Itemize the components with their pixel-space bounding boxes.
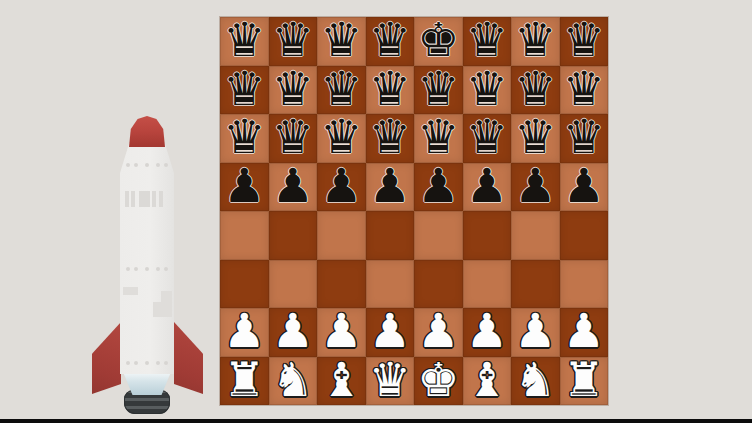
piece-black-queen[interactable]: ♛	[320, 16, 362, 64]
square-h8[interactable]: ♛	[560, 17, 609, 66]
square-d7[interactable]: ♛	[366, 66, 415, 115]
piece-black-pawn[interactable]: ♟	[514, 162, 556, 210]
square-f6[interactable]: ♛	[463, 114, 512, 163]
chess-board[interactable]: ♛♛♛♛♚♛♛♛♛♛♛♛♛♛♛♛♛♛♛♛♛♛♛♛♟♟♟♟♟♟♟♟♟♟♟♟♟♟♟♟…	[220, 17, 608, 405]
square-b2[interactable]: ♟	[269, 308, 318, 357]
square-a1[interactable]: ♜	[220, 357, 269, 406]
square-g5[interactable]: ♟	[511, 163, 560, 212]
window-bottom-border	[0, 419, 752, 423]
piece-white-knight[interactable]: ♞	[272, 356, 314, 404]
piece-black-queen[interactable]: ♛	[466, 113, 508, 161]
square-h3[interactable]	[560, 260, 609, 309]
rocket-hull-patch	[153, 302, 172, 317]
square-c7[interactable]: ♛	[317, 66, 366, 115]
piece-white-rook[interactable]: ♜	[563, 356, 605, 404]
square-g2[interactable]: ♟	[511, 308, 560, 357]
square-g8[interactable]: ♛	[511, 17, 560, 66]
square-a2[interactable]: ♟	[220, 308, 269, 357]
square-e8[interactable]: ♚	[414, 17, 463, 66]
piece-black-queen[interactable]: ♛	[369, 16, 411, 64]
square-d1[interactable]: ♛	[366, 357, 415, 406]
square-a6[interactable]: ♛	[220, 114, 269, 163]
square-g7[interactable]: ♛	[511, 66, 560, 115]
square-b8[interactable]: ♛	[269, 17, 318, 66]
square-g6[interactable]: ♛	[511, 114, 560, 163]
piece-black-pawn[interactable]: ♟	[466, 162, 508, 210]
square-f5[interactable]: ♟	[463, 163, 512, 212]
square-f4[interactable]	[463, 211, 512, 260]
square-b4[interactable]	[269, 211, 318, 260]
square-e7[interactable]: ♛	[414, 66, 463, 115]
piece-black-queen[interactable]: ♛	[417, 65, 459, 113]
square-d4[interactable]	[366, 211, 415, 260]
piece-black-queen[interactable]: ♛	[369, 113, 411, 161]
square-g1[interactable]: ♞	[511, 357, 560, 406]
square-e6[interactable]: ♛	[414, 114, 463, 163]
square-e4[interactable]	[414, 211, 463, 260]
piece-black-queen[interactable]: ♛	[272, 113, 314, 161]
piece-black-pawn[interactable]: ♟	[369, 162, 411, 210]
piece-black-queen[interactable]: ♛	[369, 65, 411, 113]
rocket-body-icon	[120, 143, 174, 374]
square-h2[interactable]: ♟	[560, 308, 609, 357]
rocket-nose-cone-icon	[129, 116, 165, 147]
rocket-port-dots-row1	[126, 163, 168, 167]
rocket-illustration	[85, 110, 205, 420]
piece-white-pawn[interactable]: ♟	[563, 307, 605, 355]
square-e5[interactable]: ♟	[414, 163, 463, 212]
piece-white-bishop[interactable]: ♝	[466, 356, 508, 404]
piece-black-queen[interactable]: ♛	[223, 113, 265, 161]
square-c5[interactable]: ♟	[317, 163, 366, 212]
square-d3[interactable]	[366, 260, 415, 309]
rocket-hull-patch	[123, 287, 138, 295]
piece-white-rook[interactable]: ♜	[223, 356, 265, 404]
square-e1[interactable]: ♚	[414, 357, 463, 406]
piece-black-queen[interactable]: ♛	[417, 113, 459, 161]
square-h6[interactable]: ♛	[560, 114, 609, 163]
square-f1[interactable]: ♝	[463, 357, 512, 406]
square-b3[interactable]	[269, 260, 318, 309]
square-a7[interactable]: ♛	[220, 66, 269, 115]
rocket-hull-patch	[161, 291, 172, 302]
piece-white-pawn[interactable]: ♟	[320, 307, 362, 355]
square-e3[interactable]	[414, 260, 463, 309]
square-c1[interactable]: ♝	[317, 357, 366, 406]
rocket-fin-left-icon	[92, 322, 121, 394]
piece-white-pawn[interactable]: ♟	[514, 307, 556, 355]
square-c3[interactable]	[317, 260, 366, 309]
piece-black-pawn[interactable]: ♟	[223, 162, 265, 210]
square-d2[interactable]: ♟	[366, 308, 415, 357]
piece-black-pawn[interactable]: ♟	[320, 162, 362, 210]
piece-black-queen[interactable]: ♛	[563, 113, 605, 161]
rocket-fin-right-icon	[174, 322, 203, 394]
square-f7[interactable]: ♛	[463, 66, 512, 115]
piece-black-queen[interactable]: ♛	[466, 65, 508, 113]
square-a5[interactable]: ♟	[220, 163, 269, 212]
square-h5[interactable]: ♟	[560, 163, 609, 212]
piece-black-queen[interactable]: ♛	[563, 65, 605, 113]
piece-white-king[interactable]: ♚	[417, 356, 459, 404]
square-e2[interactable]: ♟	[414, 308, 463, 357]
piece-black-queen[interactable]: ♛	[272, 16, 314, 64]
piece-black-pawn[interactable]: ♟	[417, 162, 459, 210]
square-h7[interactable]: ♛	[560, 66, 609, 115]
square-f3[interactable]	[463, 260, 512, 309]
piece-white-bishop[interactable]: ♝	[320, 356, 362, 404]
square-f8[interactable]: ♛	[463, 17, 512, 66]
square-a4[interactable]	[220, 211, 269, 260]
square-f2[interactable]: ♟	[463, 308, 512, 357]
square-a8[interactable]: ♛	[220, 17, 269, 66]
piece-white-pawn[interactable]: ♟	[272, 307, 314, 355]
square-h1[interactable]: ♜	[560, 357, 609, 406]
piece-white-pawn[interactable]: ♟	[369, 307, 411, 355]
piece-black-queen[interactable]: ♛	[320, 65, 362, 113]
square-c4[interactable]	[317, 211, 366, 260]
piece-black-queen[interactable]: ♛	[514, 65, 556, 113]
piece-black-queen[interactable]: ♛	[320, 113, 362, 161]
rocket-barcode-band	[125, 191, 163, 207]
square-g4[interactable]	[511, 211, 560, 260]
square-h4[interactable]	[560, 211, 609, 260]
square-b6[interactable]: ♛	[269, 114, 318, 163]
square-d5[interactable]: ♟	[366, 163, 415, 212]
square-a3[interactable]	[220, 260, 269, 309]
square-c2[interactable]: ♟	[317, 308, 366, 357]
square-g3[interactable]	[511, 260, 560, 309]
piece-black-king[interactable]: ♚	[417, 16, 459, 64]
square-d8[interactable]: ♛	[366, 17, 415, 66]
piece-black-queen[interactable]: ♛	[514, 113, 556, 161]
rocket-port-dots-row3	[126, 361, 168, 365]
square-c8[interactable]: ♛	[317, 17, 366, 66]
piece-white-pawn[interactable]: ♟	[466, 307, 508, 355]
piece-white-pawn[interactable]: ♟	[417, 307, 459, 355]
piece-black-pawn[interactable]: ♟	[563, 162, 605, 210]
piece-black-queen[interactable]: ♛	[223, 65, 265, 113]
piece-white-knight[interactable]: ♞	[514, 356, 556, 404]
square-b1[interactable]: ♞	[269, 357, 318, 406]
square-c6[interactable]: ♛	[317, 114, 366, 163]
square-d6[interactable]: ♛	[366, 114, 415, 163]
piece-white-queen[interactable]: ♛	[369, 356, 411, 404]
square-b5[interactable]: ♟	[269, 163, 318, 212]
rocket-port-dots-row2	[126, 267, 168, 271]
square-b7[interactable]: ♛	[269, 66, 318, 115]
piece-black-queen[interactable]: ♛	[223, 16, 265, 64]
piece-black-queen[interactable]: ♛	[514, 16, 556, 64]
piece-white-pawn[interactable]: ♟	[223, 307, 265, 355]
screen: { "game": "chess", "position": { "fen": …	[0, 0, 752, 423]
piece-black-queen[interactable]: ♛	[563, 16, 605, 64]
piece-black-queen[interactable]: ♛	[272, 65, 314, 113]
piece-black-pawn[interactable]: ♟	[272, 162, 314, 210]
piece-black-queen[interactable]: ♛	[466, 16, 508, 64]
